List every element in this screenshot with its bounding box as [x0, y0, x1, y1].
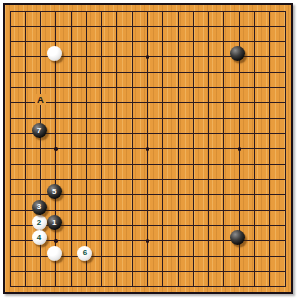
star-point	[54, 239, 57, 242]
label-mark-a[interactable]: A	[35, 94, 46, 105]
move-number: 4	[37, 234, 41, 242]
grid-line-vertical	[162, 11, 163, 288]
grid-line-vertical	[285, 11, 286, 288]
grid-line-vertical	[269, 11, 270, 288]
label-mark-text: A	[37, 95, 44, 105]
grid-line-horizontal	[10, 210, 286, 211]
stone-black-d5[interactable]: 1	[47, 215, 62, 230]
stone-black-c6[interactable]: 3	[32, 200, 47, 215]
grid-line-horizontal	[10, 164, 286, 165]
stone-white-c5[interactable]: 2	[32, 215, 47, 230]
stone-white-c4[interactable]: 4	[32, 230, 47, 245]
grid-line-vertical	[178, 11, 179, 288]
go-board-diagram: A1234567	[0, 0, 300, 299]
move-number: 1	[52, 219, 56, 227]
grid-line-horizontal	[10, 179, 286, 180]
star-point	[146, 239, 149, 242]
move-number: 7	[37, 127, 41, 135]
star-point	[146, 55, 149, 58]
star-point	[146, 147, 149, 150]
stone-white-d3[interactable]	[47, 246, 62, 261]
grid-line-horizontal	[10, 286, 286, 287]
grid-line-vertical	[193, 11, 194, 288]
move-number: 5	[52, 188, 56, 196]
move-number: 2	[37, 219, 41, 227]
star-point	[54, 147, 57, 150]
stone-black-c11[interactable]: 7	[32, 123, 47, 138]
move-number: 3	[37, 203, 41, 211]
move-number: 6	[83, 249, 87, 257]
star-point	[238, 147, 241, 150]
grid-line-horizontal	[10, 271, 286, 272]
grid-line-vertical	[223, 11, 224, 288]
grid-line-vertical	[208, 11, 209, 288]
grid-line-vertical	[254, 11, 255, 288]
